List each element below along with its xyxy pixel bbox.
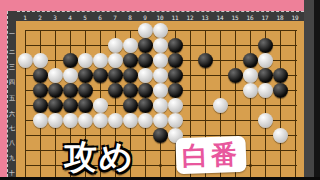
black-stone-7-5 <box>108 83 123 98</box>
column-label-5: 5 <box>83 14 87 21</box>
white-stone-4-4 <box>63 68 78 83</box>
right-edge-band <box>304 0 314 180</box>
column-label-18: 18 <box>276 14 283 21</box>
white-stone-10-7 <box>153 113 168 128</box>
caption-attack-text: 攻め <box>64 136 135 178</box>
white-stone-16-5 <box>243 83 258 98</box>
white-stone-6-7 <box>93 113 108 128</box>
column-label-6: 6 <box>98 14 102 21</box>
right-edge-dark <box>314 0 320 180</box>
video-thumbnail: 12345678910111213141516171819 一二三四五六七八九十… <box>0 0 320 180</box>
black-stone-9-6 <box>138 98 153 113</box>
black-stone-7-4 <box>108 68 123 83</box>
row-coordinates-strip: 一二三四五六七八九十十一 <box>7 11 16 177</box>
white-stone-6-6 <box>93 98 108 113</box>
white-stone-9-7 <box>138 113 153 128</box>
white-stone-11-7 <box>168 113 183 128</box>
column-label-8: 8 <box>128 14 132 21</box>
black-stone-18-5 <box>273 83 288 98</box>
white-stone-16-4 <box>243 68 258 83</box>
star-point-16-10 <box>249 164 252 167</box>
black-stone-5-6 <box>78 98 93 113</box>
white-stone-17-5 <box>258 83 273 98</box>
white-to-play-badge: 白番 <box>175 136 246 174</box>
white-stone-8-2 <box>123 38 138 53</box>
white-stone-17-3 <box>258 53 273 68</box>
black-stone-13-3 <box>198 53 213 68</box>
white-stone-2-3 <box>33 53 48 68</box>
white-stone-9-1 <box>138 23 153 38</box>
white-stone-3-7 <box>48 113 63 128</box>
black-stone-5-5 <box>78 83 93 98</box>
black-stone-18-4 <box>273 68 288 83</box>
frame-left-bar <box>0 0 7 177</box>
column-label-7: 7 <box>113 14 117 21</box>
column-label-10: 10 <box>156 14 163 21</box>
black-stone-4-3 <box>63 53 78 68</box>
black-stone-16-3 <box>243 53 258 68</box>
column-label-4: 4 <box>68 14 72 21</box>
black-stone-10-8 <box>153 128 168 143</box>
black-stone-2-4 <box>33 68 48 83</box>
black-stone-3-5 <box>48 83 63 98</box>
star-point-10-10 <box>159 164 162 167</box>
black-stone-2-6 <box>33 98 48 113</box>
black-stone-2-5 <box>33 83 48 98</box>
black-stone-11-4 <box>168 68 183 83</box>
black-stone-11-3 <box>168 53 183 68</box>
white-stone-2-7 <box>33 113 48 128</box>
black-stone-3-6 <box>48 98 63 113</box>
black-stone-8-5 <box>123 83 138 98</box>
white-stone-14-6 <box>213 98 228 113</box>
black-stone-9-5 <box>138 83 153 98</box>
white-stone-11-6 <box>168 98 183 113</box>
black-stone-6-4 <box>93 68 108 83</box>
white-stone-10-5 <box>153 83 168 98</box>
white-stone-10-1 <box>153 23 168 38</box>
column-coordinates-strip: 12345678910111213141516171819 <box>7 11 314 21</box>
column-label-9: 9 <box>143 14 147 21</box>
white-stone-9-4 <box>138 68 153 83</box>
go-board <box>16 21 304 180</box>
black-stone-5-4 <box>78 68 93 83</box>
white-stone-7-3 <box>108 53 123 68</box>
bottom-edge-strip <box>7 177 320 180</box>
white-stone-4-7 <box>63 113 78 128</box>
white-to-play-label: 白番 <box>181 136 240 173</box>
white-stone-6-3 <box>93 53 108 68</box>
white-stone-5-3 <box>78 53 93 68</box>
black-stone-4-6 <box>63 98 78 113</box>
white-stone-18-8 <box>273 128 288 143</box>
black-stone-9-2 <box>138 38 153 53</box>
column-label-12: 12 <box>186 14 193 21</box>
column-label-19: 19 <box>291 14 298 21</box>
black-stone-17-2 <box>258 38 273 53</box>
black-stone-8-3 <box>123 53 138 68</box>
column-label-13: 13 <box>201 14 208 21</box>
white-stone-17-7 <box>258 113 273 128</box>
black-stone-4-5 <box>63 83 78 98</box>
column-label-17: 17 <box>261 14 268 21</box>
black-stone-15-4 <box>228 68 243 83</box>
column-label-15: 15 <box>231 14 238 21</box>
white-stone-10-2 <box>153 38 168 53</box>
black-stone-11-2 <box>168 38 183 53</box>
white-stone-10-6 <box>153 98 168 113</box>
column-label-16: 16 <box>246 14 253 21</box>
white-stone-1-3 <box>18 53 33 68</box>
white-stone-10-4 <box>153 68 168 83</box>
black-stone-9-3 <box>138 53 153 68</box>
black-stone-11-5 <box>168 83 183 98</box>
frame-top-bar <box>0 0 320 11</box>
white-stone-3-4 <box>48 68 63 83</box>
white-stone-10-3 <box>153 53 168 68</box>
white-stone-7-2 <box>108 38 123 53</box>
column-label-1: 1 <box>23 14 27 21</box>
column-label-3: 3 <box>53 14 57 21</box>
black-stone-8-6 <box>123 98 138 113</box>
white-stone-5-7 <box>78 113 93 128</box>
column-label-2: 2 <box>38 14 42 21</box>
black-stone-17-4 <box>258 68 273 83</box>
column-label-14: 14 <box>216 14 223 21</box>
black-stone-8-4 <box>123 68 138 83</box>
column-label-11: 11 <box>171 14 178 21</box>
white-stone-7-7 <box>108 113 123 128</box>
white-stone-8-7 <box>123 113 138 128</box>
